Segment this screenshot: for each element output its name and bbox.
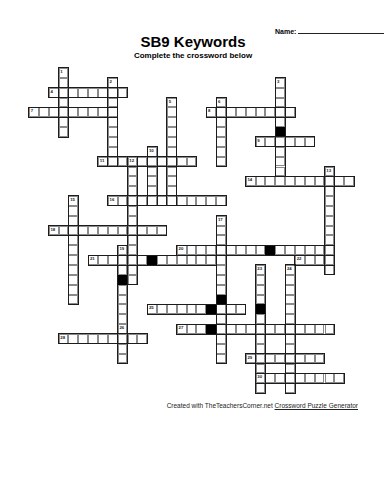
clue-number: 27 xyxy=(179,325,184,330)
grid-cell[interactable] xyxy=(177,196,187,206)
grid-cell[interactable] xyxy=(305,176,315,186)
grid-cell[interactable] xyxy=(108,98,118,108)
grid-cell[interactable] xyxy=(128,245,138,255)
grid-cell[interactable] xyxy=(216,226,226,236)
grid-cell[interactable] xyxy=(295,245,305,255)
grid-cell[interactable] xyxy=(206,255,216,265)
worksheet-page: SB9 Keywords Complete the crossword belo… xyxy=(0,0,386,500)
clue-number: 1 xyxy=(60,69,62,74)
grid-cell[interactable] xyxy=(334,373,344,383)
grid-cell[interactable] xyxy=(187,304,197,314)
grid-cell[interactable] xyxy=(108,147,118,157)
grid-cell[interactable] xyxy=(128,265,138,275)
grid-cell[interactable] xyxy=(68,265,78,275)
grid-cell[interactable] xyxy=(147,157,157,167)
grid-cell[interactable] xyxy=(226,304,236,314)
grid-cell[interactable] xyxy=(118,354,128,364)
grid-cell[interactable] xyxy=(275,117,285,127)
clue-number: 13 xyxy=(326,168,331,173)
grid-cell[interactable]: 18 xyxy=(49,226,59,236)
grid-cell[interactable] xyxy=(157,304,167,314)
grid-cell[interactable] xyxy=(157,255,167,265)
grid-cell[interactable] xyxy=(118,226,128,236)
grid-cell[interactable] xyxy=(88,226,98,236)
grid-cell[interactable] xyxy=(78,334,88,344)
grid-cell[interactable]: 17 xyxy=(216,216,226,226)
grid-cell[interactable] xyxy=(226,245,236,255)
grid-cell[interactable]: 9 xyxy=(256,137,266,147)
clue-number: 14 xyxy=(247,177,252,182)
grid-cell[interactable] xyxy=(325,226,335,236)
grid-cell[interactable] xyxy=(236,245,246,255)
grid-cell[interactable] xyxy=(167,127,177,137)
grid-cell[interactable] xyxy=(216,117,226,127)
grid-cell[interactable] xyxy=(88,334,98,344)
grid-cell[interactable] xyxy=(128,275,138,285)
grid-cell[interactable] xyxy=(39,107,49,117)
grid-cell[interactable] xyxy=(128,334,138,344)
grid-cell[interactable] xyxy=(256,295,266,305)
grid-cell[interactable] xyxy=(305,137,315,147)
grid-cell[interactable] xyxy=(334,176,344,186)
grid-cell[interactable] xyxy=(265,324,275,334)
grid-cell[interactable] xyxy=(78,226,88,236)
page-subtitle: Complete the crossword below xyxy=(0,51,386,60)
grid-cell[interactable] xyxy=(285,324,295,334)
grid-cell[interactable] xyxy=(285,275,295,285)
grid-cell[interactable]: 30 xyxy=(256,373,266,383)
grid-cell[interactable] xyxy=(78,88,88,98)
grid-cell[interactable] xyxy=(118,255,128,265)
black-cell xyxy=(256,304,266,314)
grid-cell[interactable] xyxy=(118,304,128,314)
grid-cell[interactable] xyxy=(59,78,69,88)
grid-cell[interactable] xyxy=(256,314,266,324)
grid-cell[interactable] xyxy=(216,324,226,334)
grid-cell[interactable] xyxy=(196,304,206,314)
grid-cell[interactable] xyxy=(59,226,69,236)
grid-cell[interactable] xyxy=(118,314,128,324)
grid-cell[interactable] xyxy=(315,354,325,364)
footer-text: Created with TheTeachersCorner.net xyxy=(167,402,275,409)
grid-cell[interactable] xyxy=(196,245,206,255)
grid-cell[interactable]: 1 xyxy=(59,68,69,78)
grid-cell[interactable] xyxy=(344,176,354,186)
grid-cell[interactable] xyxy=(305,373,315,383)
black-cell xyxy=(275,127,285,137)
grid-cell[interactable] xyxy=(305,354,315,364)
grid-cell[interactable] xyxy=(157,226,167,236)
black-cell xyxy=(265,245,275,255)
grid-cell[interactable] xyxy=(68,285,78,295)
grid-cell[interactable] xyxy=(246,245,256,255)
grid-cell[interactable]: 19 xyxy=(118,245,128,255)
grid-cell[interactable] xyxy=(68,206,78,216)
clue-number: 9 xyxy=(257,138,259,143)
grid-cell[interactable] xyxy=(98,334,108,344)
grid-cell[interactable] xyxy=(216,147,226,157)
grid-cell[interactable]: 16 xyxy=(108,196,118,206)
grid-cell[interactable] xyxy=(68,275,78,285)
clue-number: 5 xyxy=(169,99,171,104)
grid-cell[interactable] xyxy=(285,383,295,393)
grid-cell[interactable] xyxy=(49,107,59,117)
grid-cell[interactable] xyxy=(265,354,275,364)
clue-number: 25 xyxy=(149,305,154,310)
black-cell xyxy=(216,295,226,305)
grid-cell[interactable] xyxy=(216,127,226,137)
grid-cell[interactable]: 20 xyxy=(177,245,187,255)
grid-cell[interactable] xyxy=(68,107,78,117)
grid-cell[interactable] xyxy=(68,255,78,265)
grid-cell[interactable] xyxy=(118,88,128,98)
grid-cell[interactable] xyxy=(325,235,335,245)
grid-cell[interactable] xyxy=(256,285,266,295)
grid-cell[interactable] xyxy=(187,324,197,334)
grid-cell[interactable] xyxy=(216,314,226,324)
grid-cell[interactable] xyxy=(315,255,325,265)
grid-cell[interactable] xyxy=(236,324,246,334)
grid-cell[interactable] xyxy=(325,206,335,216)
grid-cell[interactable] xyxy=(167,137,177,147)
grid-cell[interactable] xyxy=(256,107,266,117)
grid-cell[interactable] xyxy=(196,196,206,206)
grid-cell[interactable] xyxy=(177,157,187,167)
grid-cell[interactable] xyxy=(167,157,177,167)
grid-cell[interactable]: 7 xyxy=(29,107,39,117)
grid-cell[interactable]: 2 xyxy=(108,78,118,88)
grid-cell[interactable] xyxy=(108,107,118,117)
grid-cell[interactable] xyxy=(167,186,177,196)
clue-number: 24 xyxy=(287,266,292,271)
grid-cell[interactable] xyxy=(59,117,69,127)
grid-cell[interactable] xyxy=(216,334,226,344)
grid-cell[interactable] xyxy=(108,255,118,265)
grid-cell[interactable] xyxy=(256,176,266,186)
grid-cell[interactable]: 21 xyxy=(88,255,98,265)
grid-cell[interactable] xyxy=(256,354,266,364)
grid-cell[interactable] xyxy=(236,304,246,314)
grid-cell[interactable] xyxy=(265,137,275,147)
grid-cell[interactable] xyxy=(315,324,325,334)
grid-cell[interactable] xyxy=(68,226,78,236)
grid-cell[interactable] xyxy=(206,245,216,255)
grid-cell[interactable] xyxy=(305,324,315,334)
grid-cell[interactable] xyxy=(137,196,147,206)
grid-cell[interactable]: 3 xyxy=(275,78,285,88)
grid-cell[interactable]: 12 xyxy=(128,157,138,167)
grid-cell[interactable] xyxy=(315,176,325,186)
grid-cell[interactable] xyxy=(216,255,226,265)
grid-cell[interactable] xyxy=(187,255,197,265)
grid-cell[interactable] xyxy=(167,147,177,157)
grid-cell[interactable]: 15 xyxy=(68,196,78,206)
clue-number: 16 xyxy=(110,197,115,202)
grid-cell[interactable]: 24 xyxy=(285,265,295,275)
grid-cell[interactable] xyxy=(68,295,78,305)
grid-cell[interactable] xyxy=(315,373,325,383)
grid-cell[interactable] xyxy=(128,226,138,236)
grid-cell[interactable] xyxy=(256,245,266,255)
grid-cell[interactable]: 4 xyxy=(49,88,59,98)
clue-number: 18 xyxy=(50,227,55,232)
clue-number: 17 xyxy=(218,217,223,222)
grid-cell[interactable] xyxy=(128,196,138,206)
grid-cell[interactable] xyxy=(285,364,295,374)
grid-cell[interactable] xyxy=(68,88,78,98)
grid-cell[interactable]: 10 xyxy=(147,147,157,157)
clue-number: 12 xyxy=(129,158,134,163)
grid-cell[interactable] xyxy=(108,127,118,137)
grid-cell[interactable] xyxy=(295,137,305,147)
grid-cell[interactable] xyxy=(295,373,305,383)
grid-cell[interactable] xyxy=(325,255,335,265)
grid-cell[interactable] xyxy=(275,324,285,334)
grid-cell[interactable] xyxy=(167,117,177,127)
name-label: Name: xyxy=(275,28,296,35)
grid-cell[interactable] xyxy=(98,255,108,265)
grid-cell[interactable] xyxy=(256,334,266,344)
grid-cell[interactable] xyxy=(325,324,335,334)
grid-cell[interactable] xyxy=(256,344,266,354)
clue-number: 4 xyxy=(50,89,52,94)
grid-cell[interactable] xyxy=(88,107,98,117)
grid-cell[interactable] xyxy=(137,157,147,167)
grid-cell[interactable] xyxy=(285,107,295,117)
grid-cell[interactable] xyxy=(78,107,88,117)
grid-cell[interactable] xyxy=(226,107,236,117)
grid-cell[interactable] xyxy=(167,167,177,177)
grid-cell[interactable] xyxy=(118,157,128,167)
grid-cell[interactable] xyxy=(285,354,295,364)
grid-cell[interactable] xyxy=(187,245,197,255)
grid-cell[interactable] xyxy=(108,157,118,167)
grid-cell[interactable] xyxy=(265,176,275,186)
grid-cell[interactable] xyxy=(118,285,128,295)
grid-cell[interactable] xyxy=(325,196,335,206)
name-row: Name: xyxy=(275,26,384,35)
grid-cell[interactable] xyxy=(108,117,118,127)
grid-cell[interactable] xyxy=(147,226,157,236)
grid-cell[interactable] xyxy=(315,245,325,255)
clue-number: 6 xyxy=(218,99,220,104)
grid-cell[interactable] xyxy=(216,354,226,364)
grid-cell[interactable] xyxy=(167,176,177,186)
grid-cell[interactable] xyxy=(325,186,335,196)
grid-cell[interactable] xyxy=(108,334,118,344)
grid-cell[interactable] xyxy=(325,216,335,226)
grid-cell[interactable] xyxy=(88,88,98,98)
grid-cell[interactable]: 6 xyxy=(216,98,226,108)
grid-cell[interactable] xyxy=(256,383,266,393)
grid-cell[interactable] xyxy=(305,245,315,255)
grid-cell[interactable] xyxy=(157,196,167,206)
grid-cell[interactable] xyxy=(256,364,266,374)
grid-cell[interactable] xyxy=(177,304,187,314)
crossword-grid: 1234567891011121314151617181926202122233… xyxy=(29,68,354,393)
grid-cell[interactable] xyxy=(285,344,295,354)
grid-cell[interactable] xyxy=(108,88,118,98)
grid-cell[interactable] xyxy=(256,324,266,334)
grid-cell[interactable] xyxy=(59,127,69,137)
clue-number: 19 xyxy=(119,246,124,251)
clue-number: 22 xyxy=(297,256,302,261)
grid-cell[interactable] xyxy=(147,167,157,177)
grid-cell[interactable] xyxy=(137,334,147,344)
grid-cell[interactable] xyxy=(216,196,226,206)
grid-cell[interactable] xyxy=(285,373,295,383)
grid-cell[interactable] xyxy=(275,373,285,383)
grid-cell[interactable] xyxy=(325,176,335,186)
grid-cell[interactable] xyxy=(285,295,295,305)
grid-cell[interactable] xyxy=(196,324,206,334)
black-cell xyxy=(147,255,157,265)
grid-cell[interactable] xyxy=(196,255,206,265)
grid-cell[interactable] xyxy=(275,354,285,364)
grid-cell[interactable] xyxy=(216,157,226,167)
grid-cell[interactable] xyxy=(256,275,266,285)
grid-cell[interactable] xyxy=(59,107,69,117)
grid-cell[interactable] xyxy=(68,334,78,344)
clue-number: 8 xyxy=(208,108,210,113)
clue-number: 3 xyxy=(277,79,279,84)
grid-cell[interactable] xyxy=(128,216,138,226)
grid-cell[interactable] xyxy=(68,216,78,226)
grid-cell[interactable] xyxy=(275,107,285,117)
grid-cell[interactable] xyxy=(98,107,108,117)
grid-cell[interactable] xyxy=(246,107,256,117)
grid-cell[interactable] xyxy=(216,107,226,117)
clue-number: 26 xyxy=(119,325,124,330)
grid-cell[interactable] xyxy=(167,255,177,265)
grid-cell[interactable] xyxy=(236,107,246,117)
grid-cell[interactable] xyxy=(187,196,197,206)
grid-cell[interactable] xyxy=(216,245,226,255)
grid-cell[interactable] xyxy=(216,265,226,275)
grid-cell[interactable] xyxy=(285,304,295,314)
grid-cell[interactable] xyxy=(68,245,78,255)
grid-cell[interactable] xyxy=(275,88,285,98)
grid-cell[interactable]: 25 xyxy=(147,304,157,314)
grid-cell[interactable] xyxy=(265,373,275,383)
grid-cell[interactable] xyxy=(147,186,157,196)
grid-cell[interactable] xyxy=(167,196,177,206)
grid-cell[interactable] xyxy=(118,196,128,206)
grid-cell[interactable] xyxy=(177,255,187,265)
grid-cell[interactable] xyxy=(325,373,335,383)
grid-cell[interactable] xyxy=(216,285,226,295)
grid-cell[interactable]: 22 xyxy=(295,255,305,265)
grid-cell[interactable] xyxy=(118,344,128,354)
grid-cell[interactable] xyxy=(295,324,305,334)
clue-number: 30 xyxy=(257,374,262,379)
generator-link[interactable]: Crossword Puzzle Generator xyxy=(275,402,358,409)
grid-cell[interactable] xyxy=(187,157,197,167)
name-input-line[interactable] xyxy=(298,26,384,34)
clue-number: 28 xyxy=(60,335,65,340)
page-title: SB9 Keywords xyxy=(0,33,386,50)
grid-cell[interactable] xyxy=(275,245,285,255)
grid-cell[interactable] xyxy=(147,176,157,186)
grid-cell[interactable] xyxy=(285,314,295,324)
grid-cell[interactable]: 28 xyxy=(59,334,69,344)
grid-cell[interactable]: 13 xyxy=(325,167,335,177)
clue-number: 20 xyxy=(179,246,184,251)
grid-cell[interactable] xyxy=(295,354,305,364)
grid-cell[interactable] xyxy=(275,176,285,186)
grid-cell[interactable] xyxy=(216,304,226,314)
grid-cell[interactable] xyxy=(325,245,335,255)
black-cell xyxy=(118,275,128,285)
grid-cell[interactable]: 11 xyxy=(98,157,108,167)
grid-cell[interactable] xyxy=(59,88,69,98)
grid-cell[interactable] xyxy=(128,176,138,186)
grid-cell[interactable] xyxy=(265,107,275,117)
grid-cell[interactable] xyxy=(108,226,118,236)
grid-cell[interactable] xyxy=(68,235,78,245)
grid-cell[interactable]: 5 xyxy=(167,98,177,108)
grid-cell[interactable] xyxy=(285,137,295,147)
grid-cell[interactable] xyxy=(137,226,147,236)
grid-cell[interactable] xyxy=(285,285,295,295)
grid-cell[interactable] xyxy=(118,265,128,275)
grid-cell[interactable] xyxy=(285,245,295,255)
grid-cell[interactable] xyxy=(206,196,216,206)
grid-cell[interactable] xyxy=(157,157,167,167)
clue-number: 21 xyxy=(90,256,95,261)
grid-cell[interactable] xyxy=(137,255,147,265)
grid-cell[interactable] xyxy=(285,176,295,186)
grid-cell[interactable] xyxy=(226,324,236,334)
grid-cell[interactable] xyxy=(128,186,138,196)
grid-cell[interactable] xyxy=(108,137,118,147)
grid-cell[interactable] xyxy=(128,255,138,265)
grid-cell[interactable] xyxy=(325,265,335,275)
grid-cell[interactable]: 27 xyxy=(177,324,187,334)
grid-cell[interactable] xyxy=(118,295,128,305)
grid-cell[interactable] xyxy=(98,226,108,236)
grid-cell[interactable] xyxy=(128,206,138,216)
grid-cell[interactable] xyxy=(216,137,226,147)
grid-cell[interactable] xyxy=(275,157,285,167)
grid-cell[interactable] xyxy=(128,167,138,177)
grid-cell[interactable] xyxy=(216,344,226,354)
grid-cell[interactable] xyxy=(98,88,108,98)
grid-cell[interactable] xyxy=(128,235,138,245)
grid-cell[interactable] xyxy=(285,334,295,344)
grid-cell[interactable] xyxy=(246,324,256,334)
grid-cell[interactable] xyxy=(275,98,285,108)
grid-cell[interactable] xyxy=(295,176,305,186)
grid-cell[interactable] xyxy=(275,137,285,147)
grid-cell[interactable] xyxy=(216,235,226,245)
grid-cell[interactable] xyxy=(167,107,177,117)
grid-cell[interactable]: 8 xyxy=(206,107,216,117)
grid-cell[interactable] xyxy=(147,196,157,206)
grid-cell[interactable] xyxy=(59,98,69,108)
footer-credit: Created with TheTeachersCorner.net Cross… xyxy=(167,402,358,409)
grid-cell[interactable]: 26 xyxy=(118,324,128,334)
grid-cell[interactable] xyxy=(275,167,285,177)
grid-cell[interactable] xyxy=(167,304,177,314)
grid-cell[interactable] xyxy=(216,275,226,285)
grid-cell[interactable]: 29 xyxy=(246,354,256,364)
grid-cell[interactable] xyxy=(275,147,285,157)
grid-cell[interactable] xyxy=(118,334,128,344)
grid-cell[interactable] xyxy=(305,255,315,265)
grid-cell[interactable]: 23 xyxy=(256,265,266,275)
grid-cell[interactable]: 14 xyxy=(246,176,256,186)
